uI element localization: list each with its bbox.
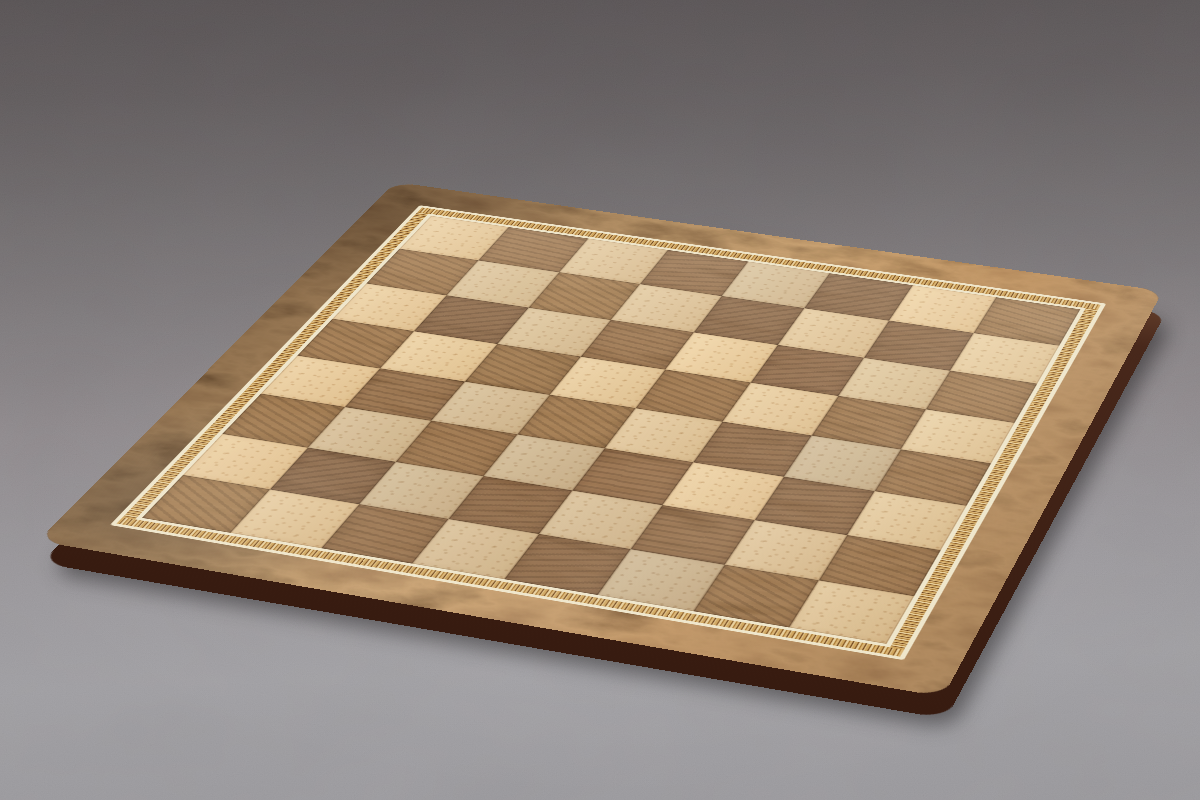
chess-board [38, 182, 1163, 697]
scene [0, 0, 1200, 800]
board-lift [0, 0, 1200, 800]
gloss-sheen [38, 182, 1163, 697]
